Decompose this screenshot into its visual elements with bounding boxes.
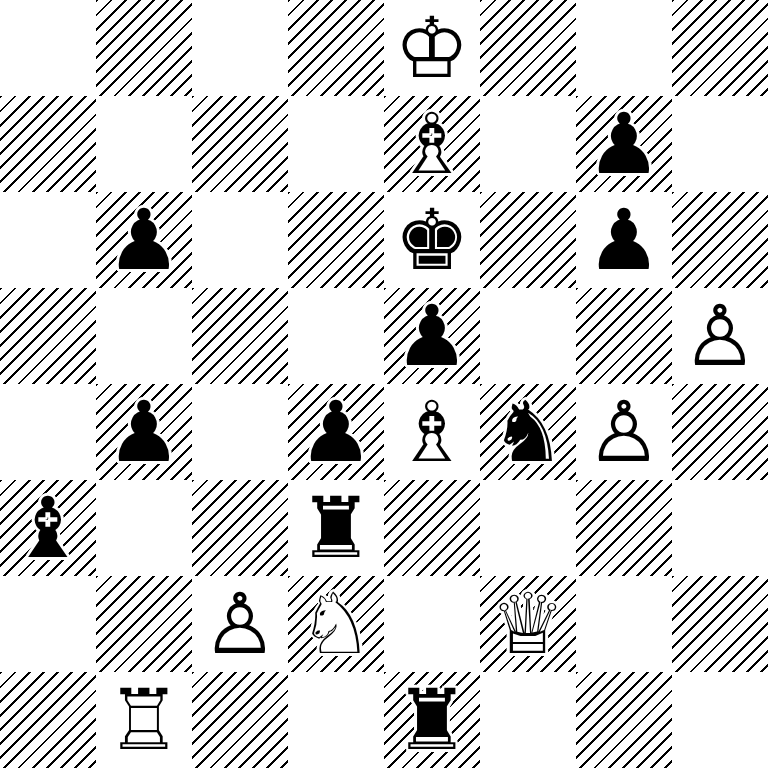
- square-d3[interactable]: ♜: [288, 480, 384, 576]
- square-b3[interactable]: [96, 480, 192, 576]
- square-b5[interactable]: [96, 288, 192, 384]
- piece-fill-layer: ♟: [96, 192, 192, 288]
- square-g8[interactable]: [576, 0, 672, 96]
- piece-outline-layer: ♗: [384, 384, 480, 480]
- piece-black-pawn[interactable]: ♟: [96, 192, 192, 288]
- piece-fill-layer: ♚: [384, 0, 480, 96]
- piece-outline-layer: ♖: [96, 672, 192, 768]
- square-a2[interactable]: [0, 576, 96, 672]
- piece-fill-layer: ♝: [0, 480, 96, 576]
- square-f3[interactable]: [480, 480, 576, 576]
- square-f8[interactable]: [480, 0, 576, 96]
- piece-outline-layer: ♗: [384, 96, 480, 192]
- piece-fill-layer: ♟: [576, 384, 672, 480]
- piece-outline-layer: ♕: [480, 576, 576, 672]
- square-c7[interactable]: [192, 96, 288, 192]
- piece-black-pawn[interactable]: ♟: [384, 288, 480, 384]
- square-g1[interactable]: [576, 672, 672, 768]
- piece-outline-layer: ♘: [288, 576, 384, 672]
- square-b8[interactable]: [96, 0, 192, 96]
- square-a7[interactable]: [0, 96, 96, 192]
- piece-white-pawn[interactable]: ♟♙: [672, 288, 768, 384]
- square-c8[interactable]: [192, 0, 288, 96]
- piece-fill-layer: ♟: [288, 384, 384, 480]
- square-e6[interactable]: ♚: [384, 192, 480, 288]
- square-h2[interactable]: [672, 576, 768, 672]
- square-e1[interactable]: ♜: [384, 672, 480, 768]
- piece-fill-layer: ♟: [192, 576, 288, 672]
- square-f2[interactable]: ♛♕: [480, 576, 576, 672]
- piece-fill-layer: ♞: [288, 576, 384, 672]
- square-f6[interactable]: [480, 192, 576, 288]
- piece-fill-layer: ♛: [480, 576, 576, 672]
- piece-white-king[interactable]: ♚♔: [384, 0, 480, 96]
- square-f5[interactable]: [480, 288, 576, 384]
- square-d6[interactable]: [288, 192, 384, 288]
- piece-white-queen[interactable]: ♛♕: [480, 576, 576, 672]
- square-d8[interactable]: [288, 0, 384, 96]
- square-e2[interactable]: [384, 576, 480, 672]
- square-g5[interactable]: [576, 288, 672, 384]
- square-c4[interactable]: [192, 384, 288, 480]
- square-g2[interactable]: [576, 576, 672, 672]
- square-g7[interactable]: ♟: [576, 96, 672, 192]
- square-e7[interactable]: ♝♗: [384, 96, 480, 192]
- square-a5[interactable]: [0, 288, 96, 384]
- square-d1[interactable]: [288, 672, 384, 768]
- piece-fill-layer: ♝: [384, 96, 480, 192]
- piece-black-pawn[interactable]: ♟: [576, 96, 672, 192]
- piece-black-knight[interactable]: ♞: [480, 384, 576, 480]
- square-h1[interactable]: [672, 672, 768, 768]
- square-b1[interactable]: ♜♖: [96, 672, 192, 768]
- piece-outline-layer: ♙: [192, 576, 288, 672]
- piece-black-pawn[interactable]: ♟: [576, 192, 672, 288]
- square-e4[interactable]: ♝♗: [384, 384, 480, 480]
- square-a8[interactable]: [0, 0, 96, 96]
- square-f7[interactable]: [480, 96, 576, 192]
- square-b4[interactable]: ♟: [96, 384, 192, 480]
- square-c1[interactable]: [192, 672, 288, 768]
- piece-black-king[interactable]: ♚: [384, 192, 480, 288]
- square-b2[interactable]: [96, 576, 192, 672]
- square-g3[interactable]: [576, 480, 672, 576]
- square-c6[interactable]: [192, 192, 288, 288]
- square-e5[interactable]: ♟: [384, 288, 480, 384]
- chessboard: ♚♔♝♗♟♟♚♟♟♟♙♟♟♝♗♞♟♙♝♜♟♙♞♘♛♕♜♖♜: [0, 0, 768, 768]
- square-a1[interactable]: [0, 672, 96, 768]
- square-g6[interactable]: ♟: [576, 192, 672, 288]
- square-h5[interactable]: ♟♙: [672, 288, 768, 384]
- square-a6[interactable]: [0, 192, 96, 288]
- piece-white-pawn[interactable]: ♟♙: [576, 384, 672, 480]
- square-h7[interactable]: [672, 96, 768, 192]
- square-d5[interactable]: [288, 288, 384, 384]
- piece-fill-layer: ♜: [96, 672, 192, 768]
- piece-fill-layer: ♞: [480, 384, 576, 480]
- square-c3[interactable]: [192, 480, 288, 576]
- piece-fill-layer: ♟: [384, 288, 480, 384]
- square-d7[interactable]: [288, 96, 384, 192]
- square-h6[interactable]: [672, 192, 768, 288]
- square-a3[interactable]: ♝: [0, 480, 96, 576]
- piece-fill-layer: ♟: [576, 96, 672, 192]
- piece-outline-layer: ♙: [672, 288, 768, 384]
- piece-black-bishop[interactable]: ♝: [0, 480, 96, 576]
- square-f1[interactable]: [480, 672, 576, 768]
- piece-white-bishop[interactable]: ♝♗: [384, 96, 480, 192]
- square-h4[interactable]: [672, 384, 768, 480]
- piece-fill-layer: ♚: [384, 192, 480, 288]
- piece-outline-layer: ♙: [576, 384, 672, 480]
- piece-fill-layer: ♟: [672, 288, 768, 384]
- square-b7[interactable]: [96, 96, 192, 192]
- square-d2[interactable]: ♞♘: [288, 576, 384, 672]
- piece-black-rook[interactable]: ♜: [384, 672, 480, 768]
- piece-white-knight[interactable]: ♞♘: [288, 576, 384, 672]
- piece-outline-layer: ♔: [384, 0, 480, 96]
- piece-white-bishop[interactable]: ♝♗: [384, 384, 480, 480]
- square-a4[interactable]: [0, 384, 96, 480]
- square-b6[interactable]: ♟: [96, 192, 192, 288]
- square-e8[interactable]: ♚♔: [384, 0, 480, 96]
- piece-black-pawn[interactable]: ♟: [288, 384, 384, 480]
- piece-white-rook[interactable]: ♜♖: [96, 672, 192, 768]
- square-d4[interactable]: ♟: [288, 384, 384, 480]
- piece-fill-layer: ♟: [576, 192, 672, 288]
- piece-fill-layer: ♜: [288, 480, 384, 576]
- piece-white-pawn[interactable]: ♟♙: [192, 576, 288, 672]
- piece-black-pawn[interactable]: ♟: [96, 384, 192, 480]
- piece-fill-layer: ♟: [96, 384, 192, 480]
- square-h3[interactable]: [672, 480, 768, 576]
- piece-fill-layer: ♝: [384, 384, 480, 480]
- piece-fill-layer: ♜: [384, 672, 480, 768]
- square-c5[interactable]: [192, 288, 288, 384]
- square-h8[interactable]: [672, 0, 768, 96]
- square-c2[interactable]: ♟♙: [192, 576, 288, 672]
- piece-black-rook[interactable]: ♜: [288, 480, 384, 576]
- square-e3[interactable]: [384, 480, 480, 576]
- square-g4[interactable]: ♟♙: [576, 384, 672, 480]
- square-f4[interactable]: ♞: [480, 384, 576, 480]
